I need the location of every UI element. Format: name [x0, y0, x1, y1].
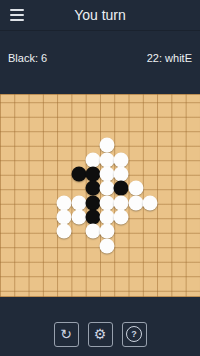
board-cell[interactable] — [114, 195, 128, 209]
board-cell[interactable] — [0, 210, 14, 224]
board-cell[interactable] — [143, 124, 157, 138]
board-cell[interactable] — [71, 267, 85, 281]
white-stone — [57, 224, 72, 239]
board-cell[interactable] — [57, 282, 71, 296]
board-cell[interactable] — [129, 195, 143, 209]
board-cell[interactable] — [186, 167, 200, 181]
board-cell[interactable] — [157, 195, 171, 209]
white-stone — [57, 210, 72, 225]
white-stone — [57, 195, 72, 210]
white-stone — [100, 181, 115, 196]
board-cell[interactable] — [0, 95, 14, 109]
board-cell[interactable] — [171, 95, 185, 109]
white-stone — [100, 152, 115, 167]
board-cell[interactable] — [129, 109, 143, 123]
board-cell[interactable] — [171, 267, 185, 281]
board-cell[interactable] — [0, 109, 14, 123]
board-cell[interactable] — [43, 224, 57, 238]
white-stone — [114, 152, 129, 167]
board-cell[interactable] — [43, 210, 57, 224]
board-cell[interactable] — [57, 224, 71, 238]
board-cell[interactable] — [143, 210, 157, 224]
white-stone — [114, 195, 129, 210]
white-stone — [100, 210, 115, 225]
board-cell[interactable] — [71, 95, 85, 109]
board-cell[interactable] — [129, 95, 143, 109]
board-cell[interactable] — [86, 167, 100, 181]
board-cell[interactable] — [143, 95, 157, 109]
board-cell[interactable] — [143, 138, 157, 152]
board-cell[interactable] — [14, 152, 28, 166]
board-cell[interactable] — [186, 181, 200, 195]
board-cell[interactable] — [86, 239, 100, 253]
board-cell[interactable] — [0, 152, 14, 166]
board-cell[interactable] — [86, 138, 100, 152]
white-stone — [71, 195, 86, 210]
board-cell[interactable] — [186, 239, 200, 253]
board-cell[interactable] — [100, 195, 114, 209]
board-cell[interactable] — [171, 167, 185, 181]
board-cell[interactable] — [143, 167, 157, 181]
board-cell[interactable] — [29, 167, 43, 181]
board-cell[interactable] — [14, 109, 28, 123]
board-cell[interactable] — [100, 267, 114, 281]
board-cell[interactable] — [71, 181, 85, 195]
board-cell[interactable] — [143, 239, 157, 253]
board-cell[interactable] — [171, 210, 185, 224]
black-stone — [114, 181, 129, 196]
board-cell[interactable] — [14, 282, 28, 296]
board-cell[interactable] — [157, 138, 171, 152]
board-cell[interactable] — [29, 224, 43, 238]
board-cell[interactable] — [71, 224, 85, 238]
board-cell[interactable] — [43, 167, 57, 181]
board-cell[interactable] — [114, 181, 128, 195]
white-stone — [100, 138, 115, 153]
board-cell[interactable] — [157, 181, 171, 195]
black-stone — [85, 166, 100, 181]
board-cell[interactable] — [43, 181, 57, 195]
board-cell[interactable] — [114, 138, 128, 152]
board-cell[interactable] — [100, 109, 114, 123]
board-cell[interactable] — [171, 138, 185, 152]
board-cell[interactable] — [86, 224, 100, 238]
black-stone — [71, 166, 86, 181]
board-cell[interactable] — [57, 124, 71, 138]
board-cell[interactable] — [100, 95, 114, 109]
board-cell[interactable] — [29, 124, 43, 138]
board-cell[interactable] — [143, 195, 157, 209]
board-cell[interactable] — [157, 239, 171, 253]
board-cell[interactable] — [171, 282, 185, 296]
board-cell[interactable] — [186, 282, 200, 296]
board-cell[interactable] — [57, 181, 71, 195]
board-cell[interactable] — [100, 138, 114, 152]
board-cell[interactable] — [171, 224, 185, 238]
board-cell[interactable] — [143, 282, 157, 296]
board-cell[interactable] — [86, 152, 100, 166]
board-cell[interactable] — [129, 239, 143, 253]
board-cell[interactable] — [71, 282, 85, 296]
white-stone — [142, 195, 157, 210]
board-cell[interactable] — [100, 239, 114, 253]
board-cell[interactable] — [157, 210, 171, 224]
board-cell[interactable] — [57, 109, 71, 123]
board-cell[interactable] — [14, 138, 28, 152]
board-cell[interactable] — [186, 224, 200, 238]
board-cell[interactable] — [186, 210, 200, 224]
black-score-label: Black: 6 — [8, 52, 47, 64]
board-cell[interactable] — [143, 152, 157, 166]
board-cell[interactable] — [100, 124, 114, 138]
board-cell[interactable] — [0, 181, 14, 195]
board-cell[interactable] — [86, 253, 100, 267]
board-cell[interactable] — [171, 152, 185, 166]
board-cell[interactable] — [100, 210, 114, 224]
board-cell[interactable] — [186, 124, 200, 138]
board-cell[interactable] — [0, 138, 14, 152]
board-cell[interactable] — [29, 109, 43, 123]
menu-icon[interactable] — [10, 9, 24, 21]
white-stone — [128, 181, 143, 196]
white-stone — [128, 195, 143, 210]
scoreboard: Black: 6 22: whitE — [0, 50, 200, 66]
black-stone — [85, 181, 100, 196]
white-score-label: 22: whitE — [147, 52, 192, 64]
board-cell[interactable] — [157, 124, 171, 138]
board-cell[interactable] — [29, 138, 43, 152]
board-cell[interactable] — [100, 152, 114, 166]
white-stone — [114, 166, 129, 181]
board-cell[interactable] — [57, 253, 71, 267]
board-cell[interactable] — [57, 210, 71, 224]
board-cell[interactable] — [129, 282, 143, 296]
board-cell[interactable] — [0, 239, 14, 253]
board-cell[interactable] — [114, 282, 128, 296]
refresh-icon: ↻ — [60, 327, 72, 341]
black-stone — [85, 195, 100, 210]
board-cell[interactable] — [71, 167, 85, 181]
app-bar: You turn — [0, 0, 200, 31]
board-cell[interactable] — [157, 253, 171, 267]
board-cell[interactable] — [171, 124, 185, 138]
white-stone — [100, 195, 115, 210]
board-cell[interactable] — [100, 282, 114, 296]
board-cell[interactable] — [129, 138, 143, 152]
board-cell[interactable] — [0, 267, 14, 281]
board-cell[interactable] — [29, 152, 43, 166]
board-cell[interactable] — [86, 95, 100, 109]
restart-button[interactable]: ↻ — [54, 322, 79, 347]
board-cell[interactable] — [29, 253, 43, 267]
board-cell[interactable] — [129, 124, 143, 138]
board-cell[interactable] — [29, 95, 43, 109]
board-cell[interactable] — [171, 253, 185, 267]
board-cell[interactable] — [157, 152, 171, 166]
board-cell[interactable] — [143, 109, 157, 123]
board-cell[interactable] — [186, 138, 200, 152]
board-cell[interactable] — [100, 224, 114, 238]
board-cell[interactable] — [0, 282, 14, 296]
board-cell[interactable] — [0, 224, 14, 238]
white-stone — [114, 210, 129, 225]
board-cell[interactable] — [186, 253, 200, 267]
board-cell[interactable] — [129, 152, 143, 166]
board-cell[interactable] — [14, 267, 28, 281]
board-cell[interactable] — [86, 109, 100, 123]
board-cell[interactable] — [14, 95, 28, 109]
board-cell[interactable] — [129, 253, 143, 267]
board-cell[interactable] — [71, 253, 85, 267]
white-stone — [100, 238, 115, 253]
settings-button[interactable]: ⚙ — [88, 322, 113, 347]
board-cell[interactable] — [71, 239, 85, 253]
board-cell[interactable] — [157, 109, 171, 123]
board-cell[interactable] — [29, 210, 43, 224]
board-cell[interactable] — [43, 109, 57, 123]
board-cell[interactable] — [143, 181, 157, 195]
white-stone — [85, 224, 100, 239]
board-cell[interactable] — [57, 152, 71, 166]
board-cell[interactable] — [114, 124, 128, 138]
board-cell[interactable] — [43, 253, 57, 267]
white-stone — [100, 224, 115, 239]
board-cell[interactable] — [43, 282, 57, 296]
page-title: You turn — [0, 0, 200, 30]
board-cell[interactable] — [14, 181, 28, 195]
board-cell[interactable] — [0, 167, 14, 181]
help-button[interactable]: ? — [122, 322, 147, 347]
board-cell[interactable] — [14, 124, 28, 138]
board-cell[interactable] — [171, 181, 185, 195]
board-cell[interactable] — [114, 267, 128, 281]
board-cell[interactable] — [43, 138, 57, 152]
board-cell[interactable] — [57, 138, 71, 152]
board-cell[interactable] — [171, 109, 185, 123]
board-cell[interactable] — [114, 224, 128, 238]
board-cell[interactable] — [29, 181, 43, 195]
board-cell[interactable] — [14, 239, 28, 253]
board-cell[interactable] — [114, 210, 128, 224]
board-cell[interactable] — [157, 167, 171, 181]
board-cell[interactable] — [14, 195, 28, 209]
board-cell[interactable] — [100, 181, 114, 195]
board-cell[interactable] — [43, 195, 57, 209]
white-stone — [85, 152, 100, 167]
board-cell[interactable] — [157, 95, 171, 109]
board-cell[interactable] — [129, 181, 143, 195]
board-cell[interactable] — [129, 267, 143, 281]
white-stone — [71, 210, 86, 225]
board-cell[interactable] — [129, 167, 143, 181]
board-cell[interactable] — [29, 195, 43, 209]
white-stone — [100, 166, 115, 181]
board-cell[interactable] — [71, 124, 85, 138]
board-cell[interactable] — [29, 267, 43, 281]
gear-icon: ⚙ — [94, 327, 107, 341]
board-cell[interactable] — [71, 152, 85, 166]
board-cell[interactable] — [186, 152, 200, 166]
board-cell[interactable] — [100, 253, 114, 267]
footer-toolbar: ↻ ⚙ ? — [0, 321, 200, 347]
board-cell[interactable] — [86, 195, 100, 209]
board-cell[interactable] — [71, 195, 85, 209]
board-cell[interactable] — [14, 210, 28, 224]
board-cell[interactable] — [143, 267, 157, 281]
board-cell[interactable] — [114, 152, 128, 166]
board-cell[interactable] — [171, 195, 185, 209]
board-cell[interactable] — [86, 282, 100, 296]
board-cell[interactable] — [57, 195, 71, 209]
board-cell[interactable] — [157, 267, 171, 281]
black-stone — [85, 210, 100, 225]
board-cell[interactable] — [186, 267, 200, 281]
board-cell[interactable] — [171, 239, 185, 253]
board-cell[interactable] — [114, 167, 128, 181]
board-cell[interactable] — [114, 109, 128, 123]
board-cell[interactable] — [129, 210, 143, 224]
board-cell[interactable] — [0, 195, 14, 209]
board-cell[interactable] — [43, 124, 57, 138]
board-cell[interactable] — [43, 267, 57, 281]
board-cell[interactable] — [114, 95, 128, 109]
board-cell[interactable] — [0, 253, 14, 267]
board-cell[interactable] — [57, 167, 71, 181]
board-cell[interactable] — [86, 210, 100, 224]
board-cell[interactable] — [57, 239, 71, 253]
board[interactable] — [0, 94, 200, 297]
board-cell[interactable] — [157, 224, 171, 238]
board-cell[interactable] — [114, 239, 128, 253]
board-cell[interactable] — [29, 282, 43, 296]
board-cell[interactable] — [57, 267, 71, 281]
board-cell[interactable] — [57, 95, 71, 109]
board-cell[interactable] — [143, 253, 157, 267]
board-cell[interactable] — [29, 239, 43, 253]
board-cell[interactable] — [186, 95, 200, 109]
board-cell[interactable] — [114, 253, 128, 267]
board-cell[interactable] — [86, 124, 100, 138]
board-cell[interactable] — [43, 239, 57, 253]
board-cell[interactable] — [14, 253, 28, 267]
board-cell[interactable] — [157, 282, 171, 296]
help-icon: ? — [126, 326, 142, 342]
board-cell[interactable] — [86, 181, 100, 195]
board-cell[interactable] — [186, 195, 200, 209]
board-cell[interactable] — [100, 167, 114, 181]
board-cell[interactable] — [143, 224, 157, 238]
board-cell[interactable] — [71, 138, 85, 152]
board-cell[interactable] — [129, 224, 143, 238]
board-cell[interactable] — [71, 109, 85, 123]
board-cell[interactable] — [43, 152, 57, 166]
board-cell[interactable] — [71, 210, 85, 224]
board-cell[interactable] — [86, 267, 100, 281]
board-cell[interactable] — [43, 95, 57, 109]
board-cell[interactable] — [14, 224, 28, 238]
board-cell[interactable] — [14, 167, 28, 181]
board-cell[interactable] — [0, 124, 14, 138]
board-cell[interactable] — [186, 109, 200, 123]
